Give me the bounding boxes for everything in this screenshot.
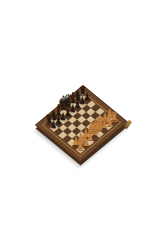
chessboard <box>35 85 128 162</box>
product-photo: ♜♞♝♛♚♝♞♜♟♟♟♟♟♟♟♟♟♟♟♟♟♟♟♟♜♞♝♛♚♝♞♜ <box>0 0 150 230</box>
